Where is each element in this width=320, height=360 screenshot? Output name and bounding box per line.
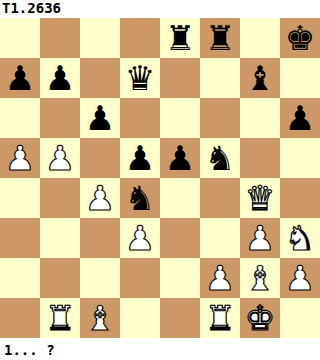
square-f8[interactable]: ♜ [200, 18, 240, 58]
square-c8[interactable] [80, 18, 120, 58]
square-b1[interactable]: ♜ [40, 298, 80, 338]
square-e4[interactable] [160, 178, 200, 218]
square-f6[interactable] [200, 98, 240, 138]
square-f1[interactable]: ♜ [200, 298, 240, 338]
square-c7[interactable] [80, 58, 120, 98]
square-a6[interactable] [0, 98, 40, 138]
square-f3[interactable] [200, 218, 240, 258]
piece-black-pawn[interactable]: ♟ [40, 58, 80, 98]
square-a4[interactable] [0, 178, 40, 218]
square-g3[interactable]: ♟ [240, 218, 280, 258]
piece-black-queen[interactable]: ♛ [120, 58, 160, 98]
square-f4[interactable] [200, 178, 240, 218]
piece-black-pawn[interactable]: ♟ [80, 98, 120, 138]
piece-black-rook[interactable]: ♜ [200, 18, 240, 58]
square-g1[interactable]: ♚ [240, 298, 280, 338]
square-a5[interactable]: ♟ [0, 138, 40, 178]
square-g2[interactable]: ♝ [240, 258, 280, 298]
square-e7[interactable] [160, 58, 200, 98]
square-d1[interactable] [120, 298, 160, 338]
square-e8[interactable]: ♜ [160, 18, 200, 58]
square-f2[interactable]: ♟ [200, 258, 240, 298]
square-h2[interactable]: ♟ [280, 258, 320, 298]
puzzle-id-title: T1.2636 [0, 0, 320, 18]
piece-black-knight[interactable]: ♞ [200, 138, 240, 178]
square-e2[interactable] [160, 258, 200, 298]
square-b5[interactable]: ♟ [40, 138, 80, 178]
square-e3[interactable] [160, 218, 200, 258]
square-e6[interactable] [160, 98, 200, 138]
square-h4[interactable] [280, 178, 320, 218]
square-h3[interactable]: ♞ [280, 218, 320, 258]
piece-black-pawn[interactable]: ♟ [120, 138, 160, 178]
square-b3[interactable] [40, 218, 80, 258]
piece-white-pawn[interactable]: ♟ [240, 218, 280, 258]
piece-black-pawn[interactable]: ♟ [160, 138, 200, 178]
piece-white-king[interactable]: ♚ [240, 298, 280, 338]
piece-black-king[interactable]: ♚ [280, 18, 320, 58]
square-d5[interactable]: ♟ [120, 138, 160, 178]
square-e1[interactable] [160, 298, 200, 338]
piece-white-pawn[interactable]: ♟ [0, 138, 40, 178]
piece-white-queen[interactable]: ♛ [240, 178, 280, 218]
piece-white-pawn[interactable]: ♟ [200, 258, 240, 298]
piece-white-bishop[interactable]: ♝ [80, 298, 120, 338]
square-d3[interactable]: ♟ [120, 218, 160, 258]
square-c2[interactable] [80, 258, 120, 298]
square-d8[interactable] [120, 18, 160, 58]
square-b7[interactable]: ♟ [40, 58, 80, 98]
square-d2[interactable] [120, 258, 160, 298]
piece-white-rook[interactable]: ♜ [200, 298, 240, 338]
square-d7[interactable]: ♛ [120, 58, 160, 98]
piece-white-pawn[interactable]: ♟ [40, 138, 80, 178]
square-a1[interactable] [0, 298, 40, 338]
square-g4[interactable]: ♛ [240, 178, 280, 218]
square-b4[interactable] [40, 178, 80, 218]
square-a8[interactable] [0, 18, 40, 58]
square-g5[interactable] [240, 138, 280, 178]
piece-black-knight[interactable]: ♞ [120, 178, 160, 218]
square-d6[interactable] [120, 98, 160, 138]
square-a2[interactable] [0, 258, 40, 298]
piece-white-rook[interactable]: ♜ [40, 298, 80, 338]
piece-white-pawn[interactable]: ♟ [80, 178, 120, 218]
square-b2[interactable] [40, 258, 80, 298]
square-f7[interactable] [200, 58, 240, 98]
piece-black-pawn[interactable]: ♟ [0, 58, 40, 98]
square-g6[interactable] [240, 98, 280, 138]
piece-white-knight[interactable]: ♞ [280, 218, 320, 258]
square-c5[interactable] [80, 138, 120, 178]
square-g7[interactable]: ♝ [240, 58, 280, 98]
piece-black-bishop[interactable]: ♝ [240, 58, 280, 98]
square-b6[interactable] [40, 98, 80, 138]
piece-white-pawn[interactable]: ♟ [120, 218, 160, 258]
square-h8[interactable]: ♚ [280, 18, 320, 58]
square-b8[interactable] [40, 18, 80, 58]
piece-white-pawn[interactable]: ♟ [280, 258, 320, 298]
move-prompt: 1... ? [0, 338, 320, 360]
square-d4[interactable]: ♞ [120, 178, 160, 218]
square-c3[interactable] [80, 218, 120, 258]
square-h7[interactable] [280, 58, 320, 98]
square-g8[interactable] [240, 18, 280, 58]
square-h1[interactable] [280, 298, 320, 338]
piece-black-rook[interactable]: ♜ [160, 18, 200, 58]
piece-black-pawn[interactable]: ♟ [280, 98, 320, 138]
square-c4[interactable]: ♟ [80, 178, 120, 218]
piece-white-bishop[interactable]: ♝ [240, 258, 280, 298]
square-a7[interactable]: ♟ [0, 58, 40, 98]
square-a3[interactable] [0, 218, 40, 258]
chess-board: ♜♜♚♟♟♛♝♟♟♟♟♟♟♞♟♞♛♟♟♞♟♝♟♜♝♜♚ [0, 18, 320, 338]
square-c1[interactable]: ♝ [80, 298, 120, 338]
square-c6[interactable]: ♟ [80, 98, 120, 138]
square-h5[interactable] [280, 138, 320, 178]
square-e5[interactable]: ♟ [160, 138, 200, 178]
square-f5[interactable]: ♞ [200, 138, 240, 178]
square-h6[interactable]: ♟ [280, 98, 320, 138]
